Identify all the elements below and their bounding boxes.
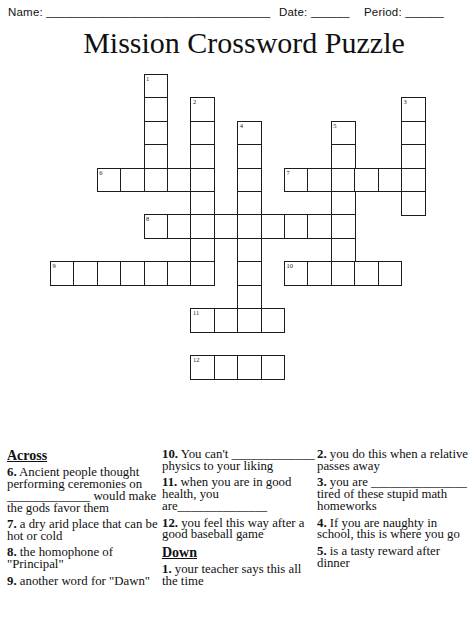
clue-number-label: 9 <box>53 262 56 269</box>
grid-cell[interactable] <box>144 168 169 193</box>
grid-cell[interactable] <box>307 168 332 193</box>
clue-number-label: 7 <box>287 169 290 176</box>
grid-cell[interactable] <box>261 308 286 333</box>
clue-number-label: 2 <box>193 98 196 105</box>
grid-cell[interactable] <box>401 121 426 146</box>
grid-cell[interactable] <box>237 308 262 333</box>
grid-cell[interactable] <box>354 168 379 193</box>
grid-cell[interactable] <box>190 168 215 193</box>
grid-cell[interactable] <box>237 214 262 239</box>
clue-number: 10. <box>162 447 178 461</box>
crossword-grid: 123456789101112 <box>50 74 430 382</box>
grid-cell[interactable] <box>120 168 145 193</box>
grid-cell[interactable] <box>237 261 262 286</box>
clues-section: Across6. Ancient people thought performi… <box>7 449 470 592</box>
grid-cell[interactable]: 5 <box>331 121 356 146</box>
clue-number-label: 10 <box>287 262 294 269</box>
clue-number: 1. <box>162 562 172 576</box>
clues-column: 10. You can't _____________ physics to y… <box>162 449 315 592</box>
grid-cell[interactable] <box>97 261 122 286</box>
grid-cell[interactable] <box>120 261 145 286</box>
grid-cell[interactable]: 3 <box>401 97 426 122</box>
clue-number-label: 12 <box>193 356 200 363</box>
grid-cell[interactable]: 10 <box>284 261 309 286</box>
clue-number: 4. <box>317 516 327 530</box>
grid-cell[interactable] <box>190 238 215 263</box>
grid-cell[interactable] <box>190 214 215 239</box>
date-label: Date: <box>279 6 308 18</box>
clue-number-label: 5 <box>333 122 336 129</box>
grid-cell[interactable] <box>214 308 239 333</box>
grid-cell[interactable] <box>378 261 403 286</box>
clue-number-label: 3 <box>404 98 407 105</box>
clue-number: 12. <box>162 516 178 530</box>
grid-cell[interactable] <box>237 144 262 169</box>
grid-cell[interactable]: 11 <box>190 308 215 333</box>
grid-cell[interactable] <box>144 144 169 169</box>
grid-cell[interactable] <box>167 214 192 239</box>
grid-cell[interactable] <box>401 144 426 169</box>
grid-cell[interactable] <box>307 214 332 239</box>
clue-number-label: 4 <box>240 122 243 129</box>
grid-cell[interactable] <box>237 168 262 193</box>
grid-cell[interactable] <box>331 144 356 169</box>
date-field[interactable]: Date: ______ <box>279 6 349 18</box>
period-field[interactable]: Period: ______ <box>364 6 444 18</box>
clue-number-label: 8 <box>146 215 149 222</box>
clue-item: 1. your teacher says this all the time <box>162 564 315 588</box>
grid-cell[interactable] <box>190 191 215 216</box>
grid-cell[interactable] <box>237 355 262 380</box>
grid-cell[interactable] <box>331 214 356 239</box>
clue-number-label: 6 <box>99 169 102 176</box>
clue-item: 9. another word for "Dawn" <box>7 576 160 588</box>
clue-number: 8. <box>7 545 17 559</box>
grid-cell[interactable]: 6 <box>97 168 122 193</box>
grid-cell[interactable]: 7 <box>284 168 309 193</box>
name-field[interactable]: Name: __________________________________… <box>8 6 270 18</box>
grid-cell[interactable] <box>331 191 356 216</box>
grid-cell[interactable] <box>190 121 215 146</box>
name-label: Name: <box>8 6 43 18</box>
grid-cell[interactable] <box>237 238 262 263</box>
period-label: Period: <box>364 6 402 18</box>
clue-item: 12. you feel this way after a good baseb… <box>162 518 315 542</box>
clue-number-label: 11 <box>193 309 199 316</box>
clue-number: 11. <box>162 475 177 489</box>
clue-number: 7. <box>7 517 17 531</box>
clues-column: 2. you do this when a relative passes aw… <box>317 449 470 592</box>
grid-cell[interactable] <box>190 261 215 286</box>
across-header: Across <box>7 449 160 463</box>
grid-cell[interactable] <box>237 191 262 216</box>
grid-cell[interactable] <box>307 261 332 286</box>
grid-cell[interactable] <box>167 168 192 193</box>
clue-item: 3. you are _______________ tired of thes… <box>317 477 470 513</box>
date-blank-line[interactable]: ______ <box>311 6 349 18</box>
clue-item: 7. a dry arid place that can be hot or c… <box>7 519 160 543</box>
grid-cell[interactable]: 12 <box>190 355 215 380</box>
clue-item: 2. you do this when a relative passes aw… <box>317 449 470 473</box>
period-blank-line[interactable]: ______ <box>405 6 443 18</box>
grid-cell[interactable] <box>261 214 286 239</box>
clue-item: 8. the homophone of "Principal" <box>7 547 160 571</box>
grid-cell[interactable] <box>331 238 356 263</box>
clue-number: 2. <box>317 447 327 461</box>
grid-cell[interactable] <box>331 168 356 193</box>
clue-number: 5. <box>317 544 327 558</box>
name-blank-line[interactable]: ___________________________________ <box>46 6 270 18</box>
grid-cell[interactable] <box>214 355 239 380</box>
grid-cell[interactable] <box>144 97 169 122</box>
grid-cell[interactable] <box>167 261 192 286</box>
worksheet-page: Name: __________________________________… <box>0 0 474 629</box>
grid-cell[interactable]: 1 <box>144 74 169 99</box>
grid-cell[interactable] <box>144 121 169 146</box>
grid-cell[interactable] <box>331 261 356 286</box>
grid-cell[interactable] <box>401 191 426 216</box>
grid-cell[interactable] <box>190 144 215 169</box>
grid-cell[interactable]: 8 <box>144 214 169 239</box>
clue-item: 11. when you are in good health, you are… <box>162 477 315 513</box>
grid-cell[interactable] <box>284 214 309 239</box>
clue-item: 4. If you are naughty in school, this is… <box>317 518 470 542</box>
page-title: Mission Crossword Puzzle <box>0 26 474 60</box>
clue-number: 9. <box>7 574 17 588</box>
clue-number: 3. <box>317 475 327 489</box>
grid-cell[interactable]: 2 <box>190 97 215 122</box>
clue-item: 6. Ancient people thought performing cer… <box>7 467 160 515</box>
grid-cell[interactable] <box>354 261 379 286</box>
clue-number: 6. <box>7 465 17 479</box>
grid-cell[interactable] <box>144 261 169 286</box>
grid-cell[interactable] <box>214 214 239 239</box>
clue-item: 10. You can't _____________ physics to y… <box>162 449 315 473</box>
clue-item: 5. is a tasty reward after dinner <box>317 546 470 570</box>
grid-cell[interactable] <box>73 261 98 286</box>
grid-cell[interactable]: 9 <box>50 261 75 286</box>
clue-number-label: 1 <box>146 75 149 82</box>
grid-cell[interactable] <box>237 285 262 310</box>
grid-cell[interactable] <box>378 168 403 193</box>
grid-cell[interactable] <box>401 168 426 193</box>
grid-cell[interactable]: 4 <box>237 121 262 146</box>
clues-column: Across6. Ancient people thought performi… <box>7 449 160 592</box>
grid-cell[interactable] <box>261 355 286 380</box>
down-header: Down <box>162 546 315 560</box>
